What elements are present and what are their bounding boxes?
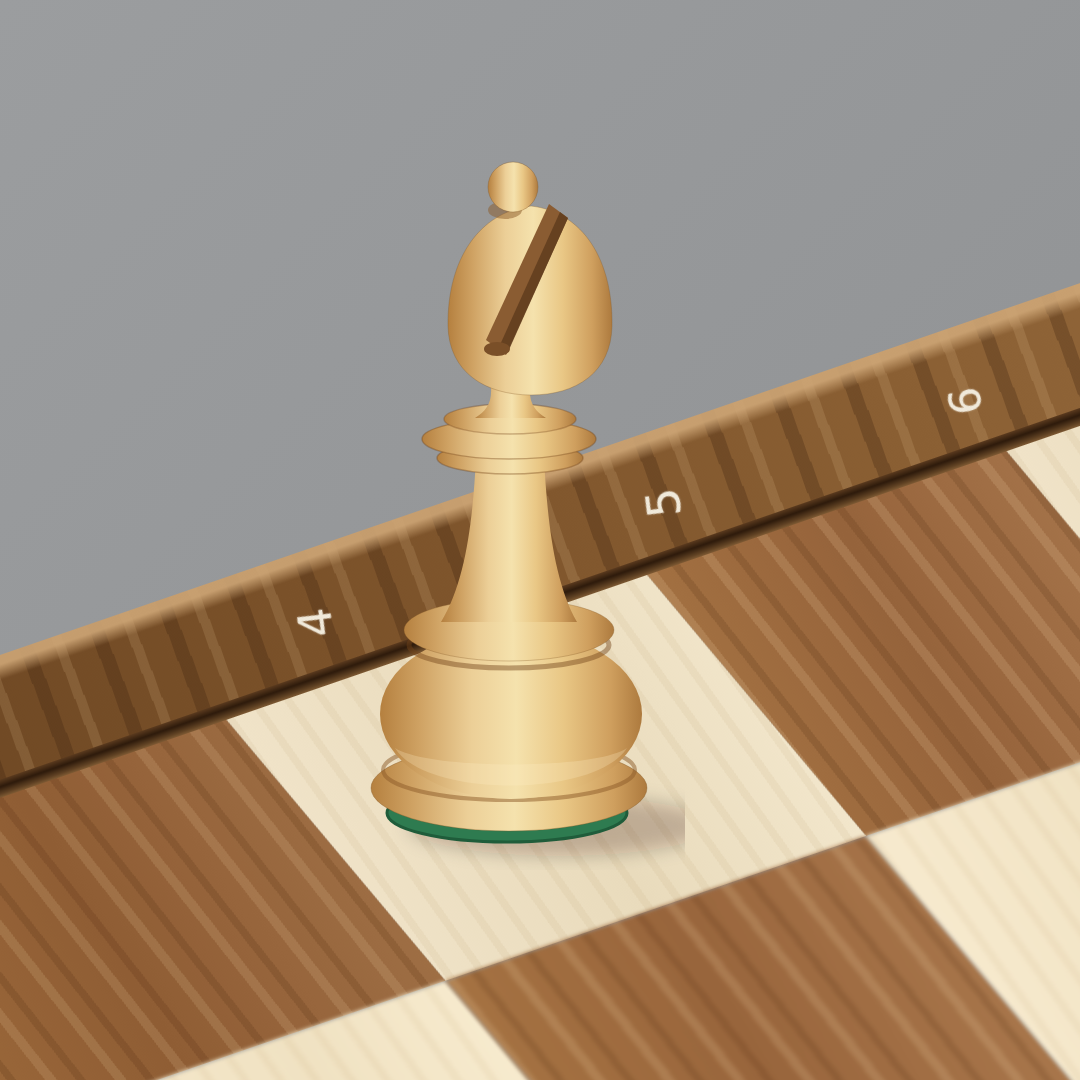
scene: 4 5 6	[0, 0, 1080, 1080]
bishop-piece[interactable]	[355, 158, 685, 870]
finial-ball	[488, 162, 538, 212]
rank-label-6: 6	[943, 385, 989, 417]
rank-label-4: 4	[291, 605, 340, 640]
